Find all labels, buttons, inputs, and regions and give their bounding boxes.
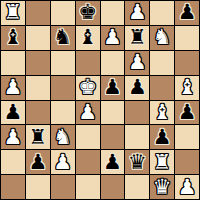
- square-f7[interactable]: ♜: [125, 26, 149, 50]
- white-pawn: ♟: [128, 52, 147, 73]
- white-bishop: ♝: [153, 102, 172, 123]
- black-pawn: ♟: [4, 102, 23, 123]
- square-g7[interactable]: ♞: [150, 26, 174, 50]
- square-d8[interactable]: ♚: [76, 1, 100, 25]
- square-a3[interactable]: ♟: [1, 125, 25, 149]
- square-f3[interactable]: [125, 125, 149, 149]
- square-g8[interactable]: [150, 1, 174, 25]
- square-h3[interactable]: [175, 125, 199, 149]
- square-b8[interactable]: [26, 1, 50, 25]
- square-g3[interactable]: ♟: [150, 125, 174, 149]
- square-d6[interactable]: [76, 51, 100, 75]
- square-d3[interactable]: [76, 125, 100, 149]
- square-g4[interactable]: ♝: [150, 101, 174, 125]
- square-f1[interactable]: [125, 175, 149, 199]
- square-d4[interactable]: ♟: [76, 101, 100, 125]
- square-c2[interactable]: ♟: [51, 150, 75, 174]
- square-e1[interactable]: [101, 175, 125, 199]
- white-pawn: ♟: [4, 77, 23, 98]
- black-pawn: ♟: [153, 127, 172, 148]
- square-b6[interactable]: [26, 51, 50, 75]
- white-pawn: ♟: [4, 127, 23, 148]
- square-h4[interactable]: ♟: [175, 101, 199, 125]
- square-a6[interactable]: [1, 51, 25, 75]
- square-b1[interactable]: [26, 175, 50, 199]
- square-h7[interactable]: [175, 26, 199, 50]
- square-g5[interactable]: [150, 76, 174, 100]
- white-rook: ♜: [4, 2, 23, 23]
- square-e4[interactable]: [101, 101, 125, 125]
- square-a8[interactable]: ♜: [1, 1, 25, 25]
- square-f6[interactable]: ♟: [125, 51, 149, 75]
- black-pawn: ♟: [103, 77, 122, 98]
- square-a1[interactable]: [1, 175, 25, 199]
- square-g2[interactable]: ♜: [150, 150, 174, 174]
- square-e8[interactable]: [101, 1, 125, 25]
- black-bishop: ♝: [78, 27, 97, 48]
- white-knight: ♞: [53, 127, 72, 148]
- square-e5[interactable]: ♟: [101, 76, 125, 100]
- square-b4[interactable]: [26, 101, 50, 125]
- square-d2[interactable]: [76, 150, 100, 174]
- square-b7[interactable]: [26, 26, 50, 50]
- square-b3[interactable]: ♜: [26, 125, 50, 149]
- square-f4[interactable]: [125, 101, 149, 125]
- white-bishop: ♝: [178, 77, 197, 98]
- square-c3[interactable]: ♞: [51, 125, 75, 149]
- square-a7[interactable]: ♝: [1, 26, 25, 50]
- black-pawn: ♟: [178, 2, 197, 23]
- white-pawn: ♟: [78, 102, 97, 123]
- white-pawn: ♟: [103, 27, 122, 48]
- white-pawn: ♟: [128, 2, 147, 23]
- square-h1[interactable]: ♟: [175, 175, 199, 199]
- square-e7[interactable]: ♟: [101, 26, 125, 50]
- square-a5[interactable]: ♟: [1, 76, 25, 100]
- square-f2[interactable]: ♛: [125, 150, 149, 174]
- black-pawn: ♟: [103, 152, 122, 173]
- square-c6[interactable]: [51, 51, 75, 75]
- square-c4[interactable]: [51, 101, 75, 125]
- square-e3[interactable]: [101, 125, 125, 149]
- white-pawn: ♟: [53, 152, 72, 173]
- black-pawn: ♟: [28, 152, 47, 173]
- black-knight: ♞: [53, 27, 72, 48]
- square-e2[interactable]: ♟: [101, 150, 125, 174]
- black-pawn: ♟: [178, 102, 197, 123]
- white-rook: ♜: [153, 152, 172, 173]
- white-knight: ♞: [153, 27, 172, 48]
- white-king: ♚: [78, 77, 97, 98]
- square-d1[interactable]: [76, 175, 100, 199]
- square-h6[interactable]: [175, 51, 199, 75]
- square-d5[interactable]: ♚: [76, 76, 100, 100]
- black-pawn: ♟: [128, 77, 147, 98]
- square-h8[interactable]: ♟: [175, 1, 199, 25]
- black-rook: ♜: [28, 127, 47, 148]
- square-c8[interactable]: [51, 1, 75, 25]
- white-queen: ♛: [153, 177, 172, 198]
- square-c5[interactable]: [51, 76, 75, 100]
- square-h5[interactable]: ♝: [175, 76, 199, 100]
- square-a2[interactable]: [1, 150, 25, 174]
- square-d7[interactable]: ♝: [76, 26, 100, 50]
- square-h2[interactable]: [175, 150, 199, 174]
- square-c7[interactable]: ♞: [51, 26, 75, 50]
- black-rook: ♜: [128, 27, 147, 48]
- chess-board: ♜♚♟♟♝♞♝♟♜♞♟♟♚♟♟♝♟♟♝♟♟♜♞♟♟♟♟♛♜♛♟: [0, 0, 200, 200]
- square-g6[interactable]: [150, 51, 174, 75]
- black-king: ♚: [78, 2, 97, 23]
- square-e6[interactable]: [101, 51, 125, 75]
- square-f5[interactable]: ♟: [125, 76, 149, 100]
- square-a4[interactable]: ♟: [1, 101, 25, 125]
- square-b5[interactable]: [26, 76, 50, 100]
- black-bishop: ♝: [4, 27, 23, 48]
- square-c1[interactable]: [51, 175, 75, 199]
- white-pawn: ♟: [178, 177, 197, 198]
- square-f8[interactable]: ♟: [125, 1, 149, 25]
- square-g1[interactable]: ♛: [150, 175, 174, 199]
- square-b2[interactable]: ♟: [26, 150, 50, 174]
- black-queen: ♛: [128, 152, 147, 173]
